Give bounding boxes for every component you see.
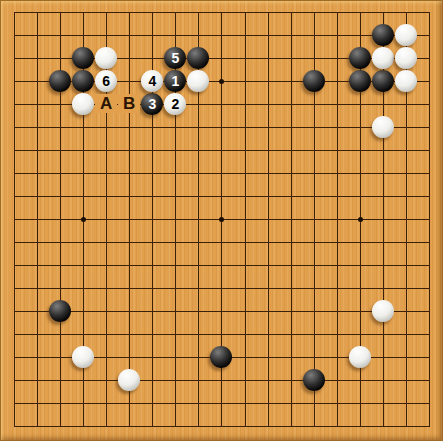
stone-white (72, 93, 94, 115)
stone-white (395, 47, 417, 69)
grid-line-horizontal (14, 265, 430, 266)
grid-line-vertical (291, 12, 292, 427)
star-point (219, 217, 224, 222)
stone-black-move-1: 1 (164, 70, 186, 92)
stone-white (95, 47, 117, 69)
stone-white-move-2: 2 (164, 93, 186, 115)
stone-black (49, 300, 71, 322)
stone-white (395, 70, 417, 92)
stone-white (372, 300, 394, 322)
stone-black (72, 47, 94, 69)
stone-white-move-6: 6 (95, 70, 117, 92)
point-label-B: B (118, 94, 140, 113)
grid-line-horizontal (14, 311, 430, 312)
stone-black (372, 70, 394, 92)
stone-black (72, 70, 94, 92)
grid-line-horizontal (14, 426, 430, 427)
grid-line-horizontal (14, 403, 430, 404)
stone-black (187, 47, 209, 69)
star-point (219, 79, 224, 84)
grid-line-vertical (245, 12, 246, 427)
star-point (81, 217, 86, 222)
stone-white (118, 369, 140, 391)
point-label-A: A (95, 94, 117, 113)
move-number: 4 (148, 74, 156, 88)
star-point (358, 217, 363, 222)
stone-black (349, 70, 371, 92)
move-number: 6 (102, 74, 110, 88)
move-number: 5 (171, 51, 179, 65)
stone-black (303, 70, 325, 92)
go-board[interactable]: 513642 AB (0, 0, 443, 441)
stone-white (187, 70, 209, 92)
grid-line-horizontal (14, 380, 430, 381)
stone-black (303, 369, 325, 391)
move-number: 1 (171, 74, 179, 88)
stone-white (72, 346, 94, 368)
grid-line-vertical (268, 12, 269, 427)
grid-line-horizontal (14, 242, 430, 243)
stone-white-move-4: 4 (141, 70, 163, 92)
stone-white (349, 346, 371, 368)
grid-line-vertical (429, 12, 430, 427)
move-number: 3 (148, 97, 156, 111)
stone-black (372, 24, 394, 46)
move-number: 2 (171, 97, 179, 111)
stone-black (210, 346, 232, 368)
stone-black (49, 70, 71, 92)
grid-line-horizontal (14, 288, 430, 289)
stone-black-move-5: 5 (164, 47, 186, 69)
stone-white (372, 116, 394, 138)
grid-line-horizontal (14, 334, 430, 335)
stone-black-move-3: 3 (141, 93, 163, 115)
stone-white (372, 47, 394, 69)
stone-white (395, 24, 417, 46)
grid-line-vertical (337, 12, 338, 427)
stone-black (349, 47, 371, 69)
